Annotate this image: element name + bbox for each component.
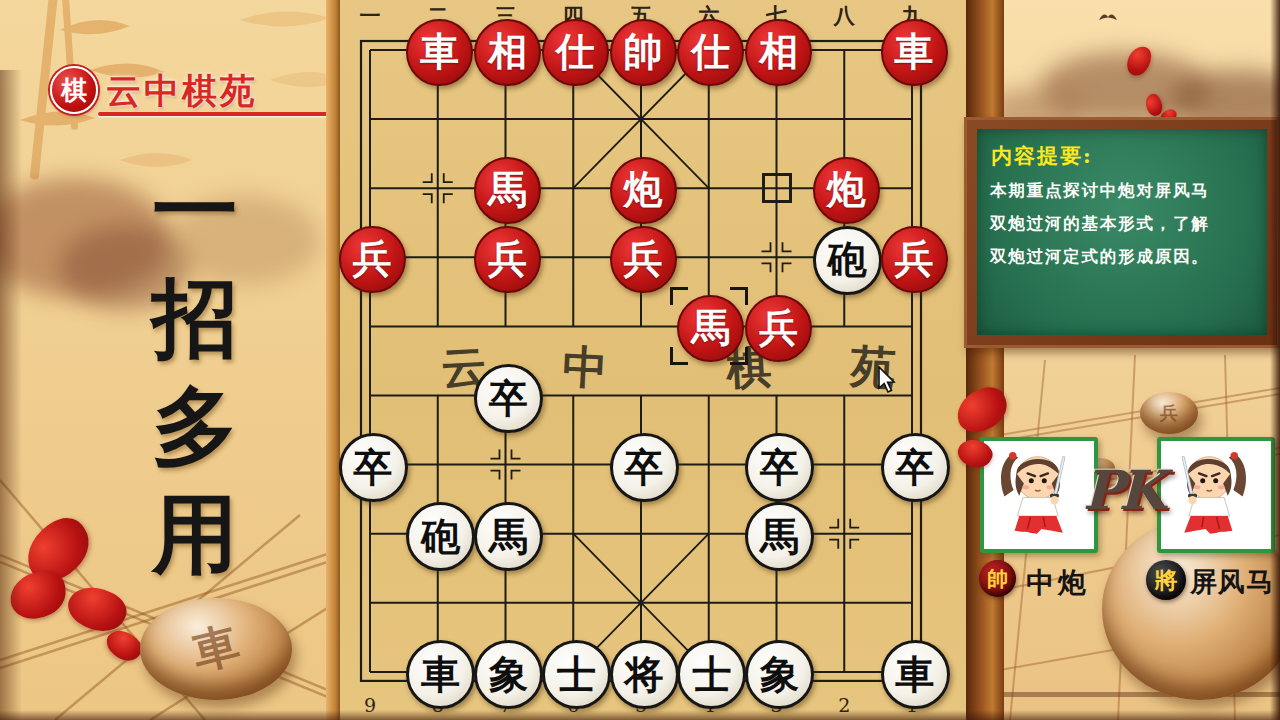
wooden-piece-decor: 車	[140, 598, 292, 700]
mouse-cursor	[878, 366, 902, 398]
piece-black-ma[interactable]: 馬	[474, 502, 543, 571]
file-label-top: 八	[829, 2, 859, 30]
piece-red-bing[interactable]: 兵	[881, 226, 948, 293]
episode-title-char: 一	[152, 162, 238, 258]
red-opening-name: 中炮	[1026, 564, 1090, 602]
wooden-piece-decor: 兵	[1140, 392, 1198, 434]
piece-red-xiang[interactable]: 相	[474, 19, 541, 86]
piece-red-shuai[interactable]: 帥	[610, 19, 677, 86]
bird-icon	[1098, 10, 1118, 22]
piece-red-bing[interactable]: 兵	[474, 226, 541, 293]
avatar-red-player	[980, 437, 1098, 553]
episode-title-vertical: 一招多用	[148, 162, 242, 582]
river-watermark: 云中棋苑	[326, 0, 968, 720]
channel-logo: 棋 云中棋苑	[46, 62, 296, 120]
frame-edge	[0, 710, 1280, 720]
video-frame: 棋 云中棋苑 一招多用 車 云中棋苑 一二三四五六七八九987654321車相仕…	[0, 0, 1280, 720]
chalkboard-line: 本期重点探讨中炮对屏风马	[990, 174, 1257, 207]
piece-red-shi[interactable]: 仕	[677, 19, 744, 86]
summary-chalkboard: 内容提要: 本期重点探讨中炮对屏风马双炮过河的基本形式，了解双炮过河定式的形成原…	[964, 117, 1280, 348]
piece-black-ju[interactable]: 車	[881, 640, 950, 709]
piece-red-xiang[interactable]: 相	[745, 19, 812, 86]
episode-title-char: 多	[152, 378, 238, 474]
chalkboard-line: 双炮过河的基本形式，了解	[990, 207, 1257, 240]
piece-red-shi[interactable]: 仕	[542, 19, 609, 86]
episode-title-char: 用	[152, 486, 238, 582]
logo-underline	[98, 112, 330, 116]
piece-black-zu[interactable]: 卒	[610, 433, 679, 502]
file-label-top: 一	[355, 2, 385, 30]
chalkboard-surface: 内容提要: 本期重点探讨中炮对屏风马双炮过河的基本形式，了解双炮过河定式的形成原…	[977, 129, 1267, 335]
piece-black-ma[interactable]: 馬	[745, 502, 814, 571]
piece-black-zu[interactable]: 卒	[474, 364, 543, 433]
piece-red-bing[interactable]: 兵	[610, 226, 677, 293]
wooden-piece-engraving: 兵	[1160, 401, 1178, 425]
piece-red-pao[interactable]: 炮	[610, 157, 677, 224]
left-banner-panel: 棋 云中棋苑 一招多用 車	[0, 0, 340, 720]
piece-red-bing[interactable]: 兵	[339, 226, 406, 293]
chalkboard-title: 内容提要:	[991, 142, 1267, 170]
frame-edge	[1270, 0, 1280, 720]
pk-versus-label: PK	[1083, 458, 1157, 522]
chalkboard-text: 本期重点探讨中炮对屏风马双炮过河的基本形式，了解双炮过河定式的形成原因。	[977, 174, 1267, 273]
episode-title-char: 招	[152, 270, 238, 366]
piece-black-jiang[interactable]: 将	[610, 640, 679, 709]
red-side-badge: 帥	[979, 560, 1016, 597]
wooden-piece-engraving: 車	[186, 613, 246, 684]
avatar-black-player	[1157, 437, 1275, 553]
river-watermark-char: 中	[557, 337, 612, 400]
piece-black-zu[interactable]: 卒	[339, 433, 408, 502]
logo-name: 云中棋苑	[106, 68, 258, 115]
black-side-badge: 將	[1146, 560, 1186, 600]
piece-black-pao[interactable]: 砲	[406, 502, 475, 571]
logo-seal-icon: 棋	[50, 66, 98, 114]
piece-black-zu[interactable]: 卒	[881, 433, 950, 502]
xiangqi-board[interactable]: 云中棋苑 一二三四五六七八九987654321車相仕帥仕相車馬炮炮兵兵兵砲兵馬兵…	[326, 0, 968, 720]
last-move-origin-marker	[762, 173, 792, 203]
frame-edge	[0, 70, 22, 720]
piece-black-shi[interactable]: 士	[542, 640, 611, 709]
piece-black-zu[interactable]: 卒	[745, 433, 814, 502]
piece-red-ma[interactable]: 馬	[474, 157, 541, 224]
piece-red-pao[interactable]: 炮	[813, 157, 880, 224]
board-side-rail	[966, 0, 1004, 720]
piece-red-bing[interactable]: 兵	[745, 295, 812, 362]
chalkboard-line: 双炮过河定式的形成原因。	[990, 240, 1257, 273]
piece-black-pao[interactable]: 砲	[813, 226, 882, 295]
samurai-kid-illustration	[984, 441, 1086, 541]
samurai-kid-illustration	[1161, 441, 1263, 541]
piece-black-xiang[interactable]: 象	[474, 640, 543, 709]
piece-red-ma[interactable]: 馬	[677, 295, 744, 362]
piece-red-ju[interactable]: 車	[881, 19, 948, 86]
piece-black-xiang[interactable]: 象	[745, 640, 814, 709]
piece-red-ju[interactable]: 車	[406, 19, 473, 86]
black-opening-name: 屏风马	[1190, 564, 1274, 600]
